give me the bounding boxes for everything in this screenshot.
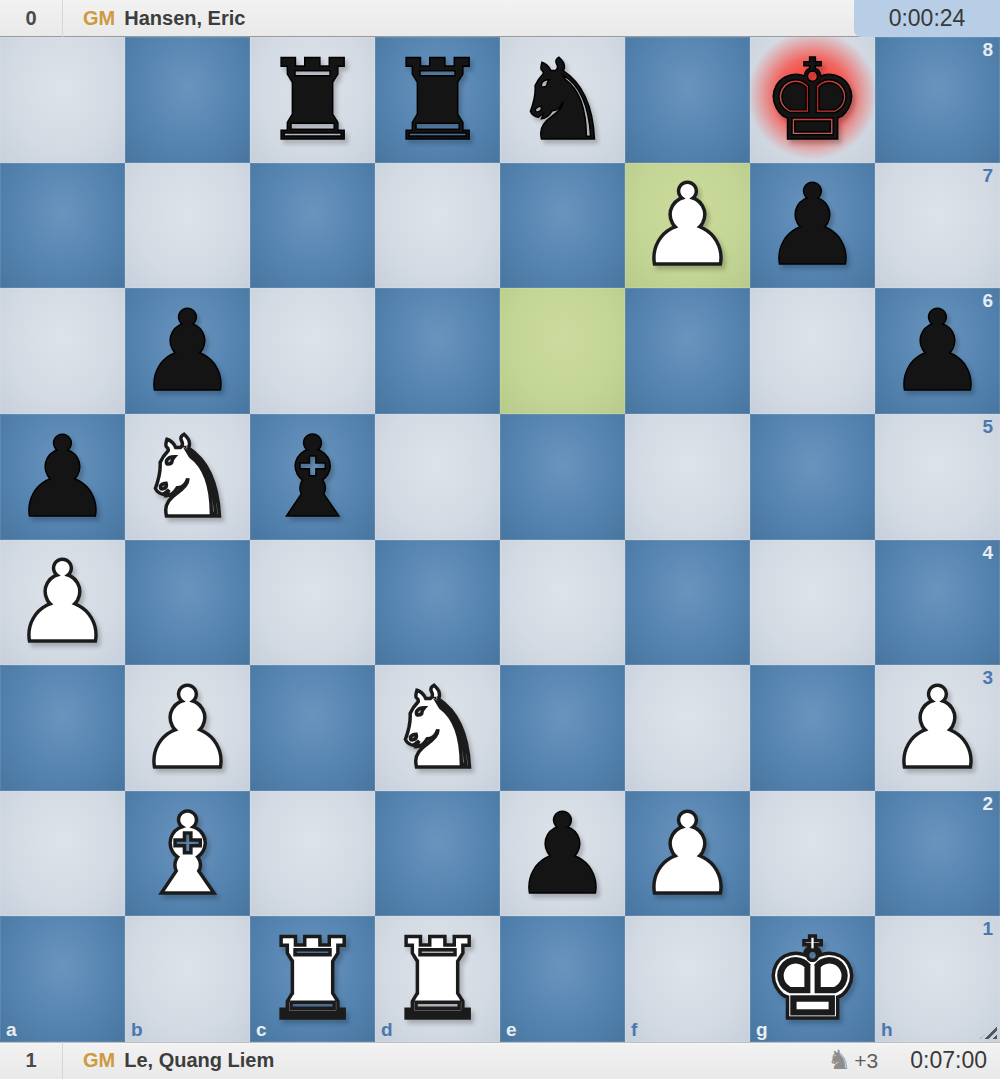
material-knight-icon: ♞ [827, 1046, 851, 1073]
rank-label-7: 7 [982, 165, 993, 187]
bottom-player-score: 1 [0, 1049, 62, 1072]
file-label-h: h [881, 1019, 893, 1041]
square-e5[interactable] [500, 414, 625, 540]
square-b7[interactable] [125, 163, 250, 289]
white-bishop-b2[interactable]: ♝ [125, 791, 250, 917]
rank-label-5: 5 [982, 416, 993, 438]
rank-label-3: 3 [982, 667, 993, 689]
bottom-player-bar: 1 GM Le, Quang Liem ♞ +3 0:07:00 [0, 1042, 1000, 1079]
square-c5[interactable]: ♝ [250, 414, 375, 540]
white-rook-d1[interactable]: ♜ [375, 916, 500, 1042]
file-label-g: g [756, 1019, 768, 1041]
white-pawn-f2[interactable]: ♟ [625, 791, 750, 917]
white-pawn-b3[interactable]: ♟ [125, 665, 250, 791]
square-c1[interactable]: ♜c [250, 916, 375, 1042]
file-label-c: c [256, 1019, 267, 1041]
black-bishop-c5[interactable]: ♝ [250, 414, 375, 540]
black-pawn-a5[interactable]: ♟ [0, 414, 125, 540]
square-b1[interactable]: b [125, 916, 250, 1042]
square-e6[interactable] [500, 288, 625, 414]
rank-label-4: 4 [982, 542, 993, 564]
square-b2[interactable]: ♝ [125, 791, 250, 917]
file-label-e: e [506, 1019, 517, 1041]
square-h5[interactable]: 5 [875, 414, 1000, 540]
square-e7[interactable] [500, 163, 625, 289]
square-g1[interactable]: ♚g [750, 916, 875, 1042]
white-king-g1[interactable]: ♚ [750, 916, 875, 1042]
square-b3[interactable]: ♟ [125, 665, 250, 791]
square-g3[interactable] [750, 665, 875, 791]
square-g4[interactable] [750, 540, 875, 666]
square-a7[interactable] [0, 163, 125, 289]
top-player-title: GM [83, 7, 115, 30]
square-h1[interactable]: 1h [875, 916, 1000, 1042]
square-c4[interactable] [250, 540, 375, 666]
black-rook-d8[interactable]: ♜ [375, 37, 500, 163]
square-d5[interactable] [375, 414, 500, 540]
square-a2[interactable] [0, 791, 125, 917]
bottom-player-clock: 0:07:00 [910, 1047, 987, 1074]
bar-divider [62, 0, 63, 37]
rank-label-6: 6 [982, 290, 993, 312]
square-f4[interactable] [625, 540, 750, 666]
top-player-bar: 0 GM Hansen, Eric 0:00:24 [0, 0, 1000, 37]
square-h4[interactable]: 4 [875, 540, 1000, 666]
square-d8[interactable]: ♜ [375, 37, 500, 163]
square-c6[interactable] [250, 288, 375, 414]
white-rook-c1[interactable]: ♜ [250, 916, 375, 1042]
square-c2[interactable] [250, 791, 375, 917]
square-d1[interactable]: ♜d [375, 916, 500, 1042]
square-g5[interactable] [750, 414, 875, 540]
rank-label-1: 1 [982, 918, 993, 940]
top-player: GM Hansen, Eric [83, 7, 245, 30]
top-player-clock: 0:00:24 [854, 0, 1000, 37]
square-e1[interactable]: e [500, 916, 625, 1042]
bar-divider [62, 1042, 63, 1079]
square-g6[interactable] [750, 288, 875, 414]
square-a5[interactable]: ♟ [0, 414, 125, 540]
white-knight-d3[interactable]: ♞ [375, 665, 500, 791]
square-b6[interactable]: ♟ [125, 288, 250, 414]
square-f5[interactable] [625, 414, 750, 540]
square-a3[interactable] [0, 665, 125, 791]
white-knight-b5[interactable]: ♞ [125, 414, 250, 540]
file-label-a: a [6, 1019, 17, 1041]
square-b5[interactable]: ♞ [125, 414, 250, 540]
square-e4[interactable] [500, 540, 625, 666]
square-g7[interactable]: ♟ [750, 163, 875, 289]
black-pawn-e2[interactable]: ♟ [500, 791, 625, 917]
material-advantage: +3 [854, 1049, 878, 1073]
square-h2[interactable]: 2 [875, 791, 1000, 917]
black-pawn-g7[interactable]: ♟ [750, 163, 875, 289]
black-rook-c8[interactable]: ♜ [250, 37, 375, 163]
chess-board[interactable]: ♜♜♞♚8♟♟7♟♟6♟♞♝5♟4♟♞♟3♝♟♟2ab♜c♜def♚g1h [0, 37, 1000, 1042]
square-d4[interactable] [375, 540, 500, 666]
square-d2[interactable] [375, 791, 500, 917]
square-b8[interactable] [125, 37, 250, 163]
bottom-player-title: GM [83, 1049, 115, 1072]
square-h8[interactable]: 8 [875, 37, 1000, 163]
square-a1[interactable]: a [0, 916, 125, 1042]
black-pawn-b6[interactable]: ♟ [125, 288, 250, 414]
square-d6[interactable] [375, 288, 500, 414]
square-h6[interactable]: ♟6 [875, 288, 1000, 414]
square-b4[interactable] [125, 540, 250, 666]
square-c3[interactable] [250, 665, 375, 791]
bottom-bar-right: ♞ +3 0:07:00 [827, 1047, 987, 1074]
square-c7[interactable] [250, 163, 375, 289]
rank-label-2: 2 [982, 793, 993, 815]
square-f2[interactable]: ♟ [625, 791, 750, 917]
rank-label-8: 8 [982, 39, 993, 61]
square-g8[interactable]: ♚ [750, 37, 875, 163]
file-label-f: f [631, 1019, 637, 1041]
black-king-g8[interactable]: ♚ [750, 37, 875, 163]
square-f6[interactable] [625, 288, 750, 414]
bottom-player-name: Le, Quang Liem [124, 1049, 274, 1072]
square-e2[interactable]: ♟ [500, 791, 625, 917]
square-f1[interactable]: f [625, 916, 750, 1042]
black-knight-e8[interactable]: ♞ [500, 37, 625, 163]
square-h7[interactable]: 7 [875, 163, 1000, 289]
square-a6[interactable] [0, 288, 125, 414]
white-pawn-f7[interactable]: ♟ [625, 163, 750, 289]
square-d3[interactable]: ♞ [375, 665, 500, 791]
square-a8[interactable] [0, 37, 125, 163]
file-label-b: b [131, 1019, 143, 1041]
square-f3[interactable] [625, 665, 750, 791]
square-e3[interactable] [500, 665, 625, 791]
bottom-player: GM Le, Quang Liem [83, 1049, 274, 1072]
square-c8[interactable]: ♜ [250, 37, 375, 163]
top-player-score: 0 [0, 7, 62, 30]
square-a4[interactable]: ♟ [0, 540, 125, 666]
square-h3[interactable]: ♟3 [875, 665, 1000, 791]
white-pawn-a4[interactable]: ♟ [0, 540, 125, 666]
black-pawn-h6[interactable]: ♟ [875, 288, 1000, 414]
square-e8[interactable]: ♞ [500, 37, 625, 163]
square-f8[interactable] [625, 37, 750, 163]
white-pawn-h3[interactable]: ♟ [875, 665, 1000, 791]
square-g2[interactable] [750, 791, 875, 917]
file-label-d: d [381, 1019, 393, 1041]
square-f7[interactable]: ♟ [625, 163, 750, 289]
square-d7[interactable] [375, 163, 500, 289]
top-player-name: Hansen, Eric [124, 7, 245, 30]
